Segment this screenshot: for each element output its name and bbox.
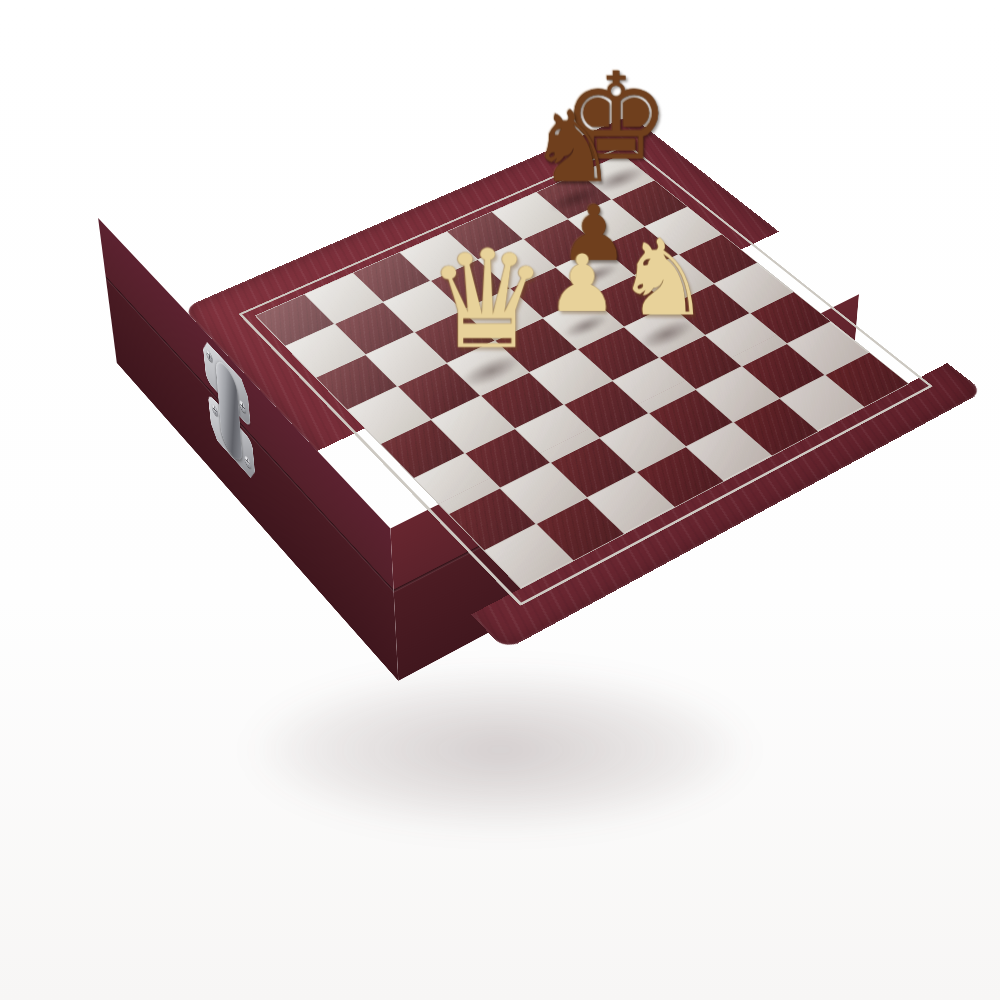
product-photo-scene: ♞ ♚ ♟ ♛ ♟ ♞ [0,0,1000,1000]
latch-tongue[interactable] [215,354,243,467]
chess-piece-light-knight-f4[interactable]: ♞ [586,225,738,330]
chess-piece-dark-knight-g8[interactable]: ♞ [501,98,643,197]
chess-piece-light-queen-c5[interactable]: ♛ [409,231,564,367]
chess-box: ♞ ♚ ♟ ♛ ♟ ♞ [191,187,974,729]
